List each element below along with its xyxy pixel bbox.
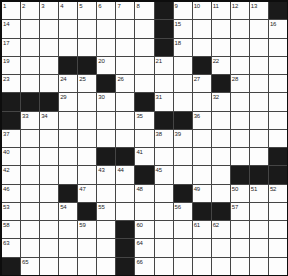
cell-r10c10[interactable] (174, 166, 192, 183)
cell-r8c5[interactable] (78, 130, 96, 147)
cell-r13c10[interactable] (174, 221, 192, 238)
black-square-r1c9 (155, 2, 173, 19)
cell-r7c11[interactable]: 36 (193, 112, 211, 129)
cell-r11c6[interactable] (97, 185, 115, 202)
cell-r2c7[interactable] (116, 20, 134, 37)
black-square-r6c8 (135, 93, 153, 110)
cell-r13c4[interactable] (59, 221, 77, 238)
clue-number-45: 45 (156, 166, 162, 174)
cell-r1c3[interactable]: 3 (40, 2, 58, 19)
cell-r5c9[interactable] (155, 75, 173, 92)
clue-number-14: 14 (3, 20, 9, 28)
cell-r15c3[interactable] (40, 258, 58, 275)
cell-r10c2[interactable] (21, 166, 39, 183)
cell-r9c4[interactable] (59, 148, 77, 165)
black-square-r4c4 (59, 57, 77, 74)
cell-r2c11[interactable] (193, 20, 211, 37)
cell-r13c13[interactable] (231, 221, 249, 238)
cell-r14c13[interactable] (231, 239, 249, 256)
clue-number-48: 48 (136, 185, 142, 193)
cell-r5c11[interactable]: 27 (193, 75, 211, 92)
cell-r3c7[interactable] (116, 39, 134, 56)
black-square-r12c5 (78, 203, 96, 220)
cell-r5c7[interactable]: 26 (116, 75, 134, 92)
cell-r9c3[interactable] (40, 148, 58, 165)
cell-r4c1[interactable]: 19 (2, 57, 20, 74)
black-square-r15c7 (116, 258, 134, 275)
cell-r15c11[interactable] (193, 258, 211, 275)
clue-number-26: 26 (117, 75, 123, 83)
clue-number-36: 36 (194, 112, 200, 120)
cell-r8c7[interactable] (116, 130, 134, 147)
cell-r9c13[interactable] (231, 148, 249, 165)
cell-r11c8[interactable]: 48 (135, 185, 153, 202)
cell-r2c13[interactable] (231, 20, 249, 37)
cell-r12c6[interactable]: 55 (97, 203, 115, 220)
cell-r5c13[interactable]: 28 (231, 75, 249, 92)
cell-r15c2[interactable]: 65 (21, 258, 39, 275)
cell-r15c15[interactable] (269, 258, 287, 275)
cell-r13c6[interactable] (97, 221, 115, 238)
cell-r4c13[interactable] (231, 57, 249, 74)
black-square-r9c7 (116, 148, 134, 165)
clue-number-23: 23 (3, 75, 9, 83)
cell-r15c10[interactable] (174, 258, 192, 275)
cell-r1c5[interactable]: 5 (78, 2, 96, 19)
clue-number-66: 66 (136, 258, 142, 266)
clue-number-33: 33 (22, 112, 28, 120)
cell-r8c8[interactable] (135, 130, 153, 147)
black-square-r4c11 (193, 57, 211, 74)
cell-r3c13[interactable] (231, 39, 249, 56)
cell-r10c1[interactable]: 42 (2, 166, 20, 183)
clue-number-51: 51 (251, 185, 257, 193)
cell-r14c11[interactable] (193, 239, 211, 256)
cell-r10c5[interactable] (78, 166, 96, 183)
cell-r13c8[interactable]: 60 (135, 221, 153, 238)
clue-number-28: 28 (232, 75, 238, 83)
cell-r1c1[interactable]: 1 (2, 2, 20, 19)
black-square-r9c15 (269, 148, 287, 165)
clue-number-6: 6 (98, 2, 101, 10)
clue-number-24: 24 (60, 75, 66, 83)
cell-r8c11[interactable] (193, 130, 211, 147)
clue-number-42: 42 (3, 166, 9, 174)
clue-number-9: 9 (175, 2, 178, 10)
cell-r11c14[interactable]: 51 (250, 185, 268, 202)
cell-r13c5[interactable]: 59 (78, 221, 96, 238)
cell-r12c2[interactable] (21, 203, 39, 220)
cell-r8c3[interactable] (40, 130, 58, 147)
cell-r10c12[interactable] (212, 166, 230, 183)
cell-r7c5[interactable] (78, 112, 96, 129)
black-square-r4c5 (78, 57, 96, 74)
clue-number-46: 46 (3, 185, 9, 193)
cell-r2c2[interactable] (21, 20, 39, 37)
cell-r5c14[interactable] (250, 75, 268, 92)
cell-r11c2[interactable] (21, 185, 39, 202)
cell-r9c10[interactable] (174, 148, 192, 165)
cell-r8c10[interactable]: 39 (174, 130, 192, 147)
cell-r11c13[interactable]: 50 (231, 185, 249, 202)
cell-r11c11[interactable]: 49 (193, 185, 211, 202)
clue-number-49: 49 (194, 185, 200, 193)
clue-number-43: 43 (98, 166, 104, 174)
black-square-r5c6 (97, 75, 115, 92)
black-square-r6c3 (40, 93, 58, 110)
clue-number-52: 52 (270, 185, 276, 193)
cell-r14c9[interactable] (155, 239, 173, 256)
cell-r3c11[interactable] (193, 39, 211, 56)
clue-number-47: 47 (79, 185, 85, 193)
cell-r7c6[interactable] (97, 112, 115, 129)
cell-r4c9[interactable]: 21 (155, 57, 173, 74)
cell-r13c15[interactable] (269, 221, 287, 238)
cell-r1c6[interactable]: 6 (97, 2, 115, 19)
clue-number-39: 39 (175, 130, 181, 138)
cell-r8c1[interactable]: 37 (2, 130, 20, 147)
cell-r13c14[interactable] (250, 221, 268, 238)
cell-r2c3[interactable] (40, 20, 58, 37)
clue-number-65: 65 (22, 258, 28, 266)
cell-r4c7[interactable] (116, 57, 134, 74)
clue-number-18: 18 (175, 39, 181, 47)
black-square-r10c8 (135, 166, 153, 183)
clue-number-63: 63 (3, 239, 9, 247)
cell-r5c4[interactable]: 24 (59, 75, 77, 92)
cell-r5c2[interactable] (21, 75, 39, 92)
black-square-r1c15 (269, 2, 287, 19)
clue-number-5: 5 (79, 2, 82, 10)
cell-r6c4[interactable]: 29 (59, 93, 77, 110)
black-square-r3c9 (155, 39, 173, 56)
cell-r9c11[interactable] (193, 148, 211, 165)
cell-r7c8[interactable]: 35 (135, 112, 153, 129)
cell-r7c3[interactable]: 34 (40, 112, 58, 129)
black-square-r6c1 (2, 93, 20, 110)
cell-r15c13[interactable] (231, 258, 249, 275)
black-square-r7c1 (2, 112, 20, 129)
cell-r13c12[interactable]: 62 (212, 221, 230, 238)
cell-r6c13[interactable] (231, 93, 249, 110)
cell-r5c1[interactable]: 23 (2, 75, 20, 92)
cell-r14c8[interactable]: 64 (135, 239, 153, 256)
cell-r1c4[interactable]: 4 (59, 2, 77, 19)
cell-r14c2[interactable] (21, 239, 39, 256)
cell-r15c9[interactable] (155, 258, 173, 275)
cell-r12c1[interactable]: 53 (2, 203, 20, 220)
cell-r14c5[interactable] (78, 239, 96, 256)
cell-r2c6[interactable] (97, 20, 115, 37)
cell-r13c1[interactable]: 58 (2, 221, 20, 238)
cell-r15c14[interactable] (250, 258, 268, 275)
cell-r15c5[interactable] (78, 258, 96, 275)
clue-number-54: 54 (60, 203, 66, 211)
cell-r14c15[interactable] (269, 239, 287, 256)
cell-r1c12[interactable]: 11 (212, 2, 230, 19)
cell-r6c15[interactable] (269, 93, 287, 110)
cell-r4c6[interactable]: 20 (97, 57, 115, 74)
clue-number-10: 10 (194, 2, 200, 10)
cell-r6c5[interactable] (78, 93, 96, 110)
cell-r9c14[interactable] (250, 148, 268, 165)
cell-r10c4[interactable] (59, 166, 77, 183)
cell-r13c3[interactable] (40, 221, 58, 238)
black-square-r10c14 (250, 166, 268, 183)
cell-r11c15[interactable]: 52 (269, 185, 287, 202)
clue-number-22: 22 (213, 57, 219, 65)
cell-r7c4[interactable] (59, 112, 77, 129)
cell-r8c4[interactable] (59, 130, 77, 147)
cell-r3c14[interactable] (250, 39, 268, 56)
clue-number-50: 50 (232, 185, 238, 193)
clue-number-56: 56 (175, 203, 181, 211)
cell-r1c8[interactable]: 8 (135, 2, 153, 19)
black-square-r12c11 (193, 203, 211, 220)
cell-r5c8[interactable] (135, 75, 153, 92)
clue-number-16: 16 (270, 20, 276, 28)
cell-r4c10[interactable] (174, 57, 192, 74)
clue-number-64: 64 (136, 239, 142, 247)
cell-r5c5[interactable]: 25 (78, 75, 96, 92)
clue-number-30: 30 (98, 93, 104, 101)
clue-number-11: 11 (213, 2, 219, 10)
cell-r10c9[interactable]: 45 (155, 166, 173, 183)
cell-r12c14[interactable] (250, 203, 268, 220)
cell-r11c7[interactable] (116, 185, 134, 202)
cell-r8c14[interactable] (250, 130, 268, 147)
cell-r10c11[interactable] (193, 166, 211, 183)
cell-r15c8[interactable]: 66 (135, 258, 153, 275)
cell-r13c2[interactable] (21, 221, 39, 238)
cell-r6c11[interactable] (193, 93, 211, 110)
clue-number-8: 8 (136, 2, 139, 10)
clue-number-27: 27 (194, 75, 200, 83)
black-square-r10c15 (269, 166, 287, 183)
cell-r8c6[interactable] (97, 130, 115, 147)
cell-r12c8[interactable] (135, 203, 153, 220)
cell-r3c3[interactable] (40, 39, 58, 56)
cell-r14c1[interactable]: 63 (2, 239, 20, 256)
cell-r4c14[interactable] (250, 57, 268, 74)
cell-r2c1[interactable]: 14 (2, 20, 20, 37)
cell-r3c6[interactable] (97, 39, 115, 56)
cell-r14c6[interactable] (97, 239, 115, 256)
clue-number-44: 44 (117, 166, 123, 174)
cell-r10c6[interactable]: 43 (97, 166, 115, 183)
cell-r14c12[interactable] (212, 239, 230, 256)
clue-number-13: 13 (251, 2, 257, 10)
clue-number-55: 55 (98, 203, 104, 211)
cell-r8c13[interactable] (231, 130, 249, 147)
clue-number-35: 35 (136, 112, 142, 120)
clue-number-7: 7 (117, 2, 120, 10)
cell-r4c2[interactable] (21, 57, 39, 74)
black-square-r15c1 (2, 258, 20, 275)
cell-r10c3[interactable] (40, 166, 58, 183)
cell-r14c10[interactable] (174, 239, 192, 256)
cell-r15c6[interactable] (97, 258, 115, 275)
clue-number-31: 31 (156, 93, 162, 101)
clue-number-38: 38 (156, 130, 162, 138)
cell-r2c10[interactable]: 15 (174, 20, 192, 37)
cell-r3c15[interactable] (269, 39, 287, 56)
cell-r8c2[interactable] (21, 130, 39, 147)
clue-number-4: 4 (60, 2, 63, 10)
cell-r4c8[interactable] (135, 57, 153, 74)
black-square-r9c6 (97, 148, 115, 165)
cell-r7c13[interactable] (231, 112, 249, 129)
cell-r1c10[interactable]: 9 (174, 2, 192, 19)
cell-r1c14[interactable]: 13 (250, 2, 268, 19)
clue-number-19: 19 (3, 57, 9, 65)
cell-r13c9[interactable] (155, 221, 173, 238)
cell-r11c12[interactable] (212, 185, 230, 202)
black-square-r5c12 (212, 75, 230, 92)
cell-r12c3[interactable] (40, 203, 58, 220)
cell-r12c13[interactable]: 57 (231, 203, 249, 220)
cell-r1c11[interactable]: 10 (193, 2, 211, 19)
clue-number-2: 2 (22, 2, 25, 10)
cell-r7c14[interactable] (250, 112, 268, 129)
cell-r2c14[interactable] (250, 20, 268, 37)
clue-number-25: 25 (79, 75, 85, 83)
cell-r12c7[interactable] (116, 203, 134, 220)
clue-number-32: 32 (213, 93, 219, 101)
black-square-r12c12 (212, 203, 230, 220)
clue-number-60: 60 (136, 221, 142, 229)
cell-r6c6[interactable]: 30 (97, 93, 115, 110)
black-square-r11c10 (174, 185, 192, 202)
cell-r15c12[interactable] (212, 258, 230, 275)
black-square-r2c9 (155, 20, 173, 37)
clue-number-29: 29 (60, 93, 66, 101)
cell-r9c8[interactable]: 41 (135, 148, 153, 165)
cell-r6c7[interactable] (116, 93, 134, 110)
cell-r8c15[interactable] (269, 130, 287, 147)
cell-r11c3[interactable] (40, 185, 58, 202)
cell-r6c9[interactable]: 31 (155, 93, 173, 110)
clue-number-61: 61 (194, 221, 200, 229)
black-square-r14c7 (116, 239, 134, 256)
cell-r9c2[interactable] (21, 148, 39, 165)
cell-r11c1[interactable]: 46 (2, 185, 20, 202)
cell-r13c11[interactable]: 61 (193, 221, 211, 238)
cell-r3c12[interactable] (212, 39, 230, 56)
clue-number-53: 53 (3, 203, 9, 211)
black-square-r6c2 (21, 93, 39, 110)
cell-r7c2[interactable]: 33 (21, 112, 39, 129)
cell-r3c4[interactable] (59, 39, 77, 56)
cell-r12c10[interactable]: 56 (174, 203, 192, 220)
cell-r9c1[interactable]: 40 (2, 148, 20, 165)
cell-r4c15[interactable] (269, 57, 287, 74)
black-square-r10c13 (231, 166, 249, 183)
cell-r11c5[interactable]: 47 (78, 185, 96, 202)
clue-number-58: 58 (3, 221, 9, 229)
black-square-r7c9 (155, 112, 173, 129)
cell-r12c4[interactable]: 54 (59, 203, 77, 220)
cell-r10c7[interactable]: 44 (116, 166, 134, 183)
cell-r7c7[interactable] (116, 112, 134, 129)
cell-r2c15[interactable]: 16 (269, 20, 287, 37)
cell-r8c9[interactable]: 38 (155, 130, 173, 147)
clue-number-21: 21 (156, 57, 162, 65)
clue-number-59: 59 (79, 221, 85, 229)
cell-r15c4[interactable] (59, 258, 77, 275)
cell-r9c5[interactable] (78, 148, 96, 165)
cell-r9c12[interactable] (212, 148, 230, 165)
black-square-r13c7 (116, 221, 134, 238)
cell-r2c5[interactable] (78, 20, 96, 37)
cell-r1c7[interactable]: 7 (116, 2, 134, 19)
cell-r11c9[interactable] (155, 185, 173, 202)
cell-r2c12[interactable] (212, 20, 230, 37)
clue-number-40: 40 (3, 148, 9, 156)
cell-r3c5[interactable] (78, 39, 96, 56)
cell-r5c15[interactable] (269, 75, 287, 92)
cell-r12c15[interactable] (269, 203, 287, 220)
clue-number-1: 1 (3, 2, 6, 10)
black-square-r11c4 (59, 185, 77, 202)
clue-number-15: 15 (175, 20, 181, 28)
cell-r3c2[interactable] (21, 39, 39, 56)
clue-number-34: 34 (41, 112, 47, 120)
clue-number-37: 37 (3, 130, 9, 138)
cell-r4c12[interactable]: 22 (212, 57, 230, 74)
cell-r6c10[interactable] (174, 93, 192, 110)
cell-r7c12[interactable] (212, 112, 230, 129)
clue-number-17: 17 (3, 39, 9, 47)
clue-number-20: 20 (98, 57, 104, 65)
cell-r5c10[interactable] (174, 75, 192, 92)
cell-r3c1[interactable]: 17 (2, 39, 20, 56)
cell-r14c14[interactable] (250, 239, 268, 256)
cell-r1c2[interactable]: 2 (21, 2, 39, 19)
clue-number-41: 41 (136, 148, 142, 156)
cell-r3c10[interactable]: 18 (174, 39, 192, 56)
cell-r2c8[interactable] (135, 20, 153, 37)
cell-r6c14[interactable] (250, 93, 268, 110)
cell-r8c12[interactable] (212, 130, 230, 147)
cell-r1c13[interactable]: 12 (231, 2, 249, 19)
cell-r6c12[interactable]: 32 (212, 93, 230, 110)
cell-r12c9[interactable] (155, 203, 173, 220)
cell-r14c4[interactable] (59, 239, 77, 256)
cell-r9c9[interactable] (155, 148, 173, 165)
crossword-grid: 1234567891011121314151617181920212223242… (0, 0, 288, 276)
clue-number-57: 57 (232, 203, 238, 211)
cell-r4c3[interactable] (40, 57, 58, 74)
cell-r7c15[interactable] (269, 112, 287, 129)
cell-r3c8[interactable] (135, 39, 153, 56)
cell-r14c3[interactable] (40, 239, 58, 256)
cell-r2c4[interactable] (59, 20, 77, 37)
black-square-r7c10 (174, 112, 192, 129)
clue-number-12: 12 (232, 2, 238, 10)
clue-number-3: 3 (41, 2, 44, 10)
clue-number-62: 62 (213, 221, 219, 229)
cell-r5c3[interactable] (40, 75, 58, 92)
